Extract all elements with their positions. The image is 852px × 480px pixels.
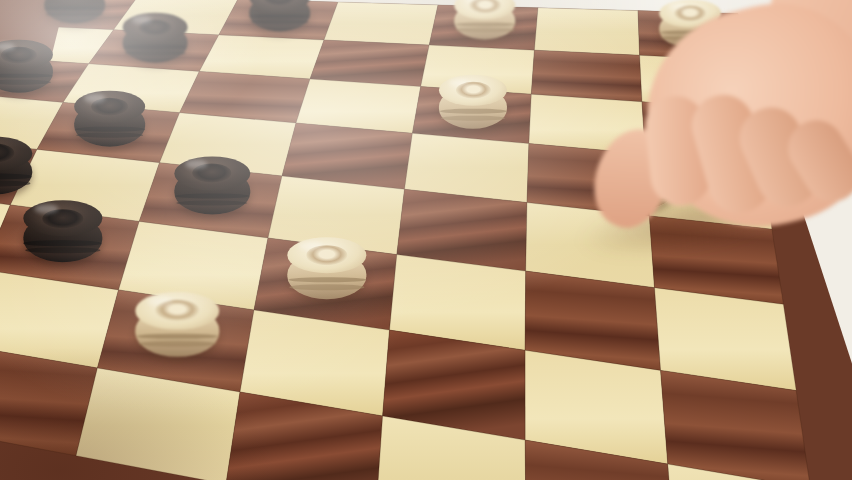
piece-part xyxy=(288,277,366,283)
checkers-photo-scene: ⛂⛂⛀⛀⛂⛂⛀⛀⛂⛀⛂⛂⛂⛀⛀ xyxy=(0,0,852,480)
checker-dark[interactable]: ⛂ xyxy=(0,136,33,195)
piece-part xyxy=(614,157,635,165)
piece-part xyxy=(147,296,172,306)
piece-part xyxy=(299,241,323,250)
checker-light[interactable]: ⛀ xyxy=(439,75,507,128)
checker-light[interactable]: ⛀ xyxy=(728,107,796,160)
piece-part xyxy=(75,126,145,131)
checker-dark[interactable]: ⛂ xyxy=(0,39,53,92)
piece-part xyxy=(46,12,104,16)
piece-part xyxy=(456,28,514,32)
piece-part xyxy=(251,20,309,24)
piece-glyph: ⛀ xyxy=(604,154,605,155)
piece-part xyxy=(668,2,686,9)
checker-dark[interactable]: ⛂ xyxy=(23,201,102,263)
piece-part xyxy=(84,94,105,102)
checker-light[interactable]: ⛀ xyxy=(136,292,219,357)
piece-glyph: ⛀ xyxy=(439,75,440,76)
piece-part xyxy=(0,73,52,78)
board-square[interactable] xyxy=(640,55,753,109)
checker-light[interactable]: ⛀ xyxy=(287,237,366,299)
piece-part xyxy=(175,194,249,199)
piece-part xyxy=(440,109,507,114)
piece-part xyxy=(469,0,501,13)
piece-part xyxy=(661,36,719,40)
piece-part xyxy=(24,240,102,246)
checker-dark[interactable]: ⛂ xyxy=(74,90,146,146)
piece-part xyxy=(177,201,248,206)
board-square[interactable] xyxy=(324,2,438,45)
board-square[interactable] xyxy=(310,40,429,87)
piece-glyph: ⛀ xyxy=(728,107,729,108)
piece-part xyxy=(455,22,515,26)
checker-light[interactable]: ⛀ xyxy=(454,0,516,39)
piece-part xyxy=(125,51,186,56)
piece-part xyxy=(290,284,365,290)
piece-part xyxy=(729,141,796,146)
checker-light-grabbed[interactable]: ⛀ xyxy=(604,154,676,210)
piece-part xyxy=(123,45,186,50)
piece-part xyxy=(605,189,675,194)
piece-part xyxy=(660,30,720,34)
piece-glyph: ⛂ xyxy=(23,201,24,202)
checker-light[interactable]: ⛀ xyxy=(659,0,721,47)
piece-part xyxy=(132,16,151,24)
piece-glyph: ⛂ xyxy=(174,156,175,157)
piece-part xyxy=(250,14,310,18)
piece-part xyxy=(25,248,100,254)
checker-dark[interactable]: ⛂ xyxy=(174,156,249,215)
checker-dark[interactable]: ⛂ xyxy=(44,0,106,24)
checker-dark[interactable]: ⛂ xyxy=(123,13,188,64)
board-square[interactable] xyxy=(531,50,642,102)
piece-glyph: ⛂ xyxy=(74,90,75,91)
board-square[interactable] xyxy=(534,8,639,56)
piece-glyph: ⛀ xyxy=(287,237,288,238)
piece-part xyxy=(34,204,58,213)
checker-dark[interactable]: ⛂ xyxy=(249,0,311,31)
piece-glyph: ⛂ xyxy=(123,13,124,14)
piece-glyph: ⛀ xyxy=(136,292,137,293)
piece-part xyxy=(44,6,104,10)
